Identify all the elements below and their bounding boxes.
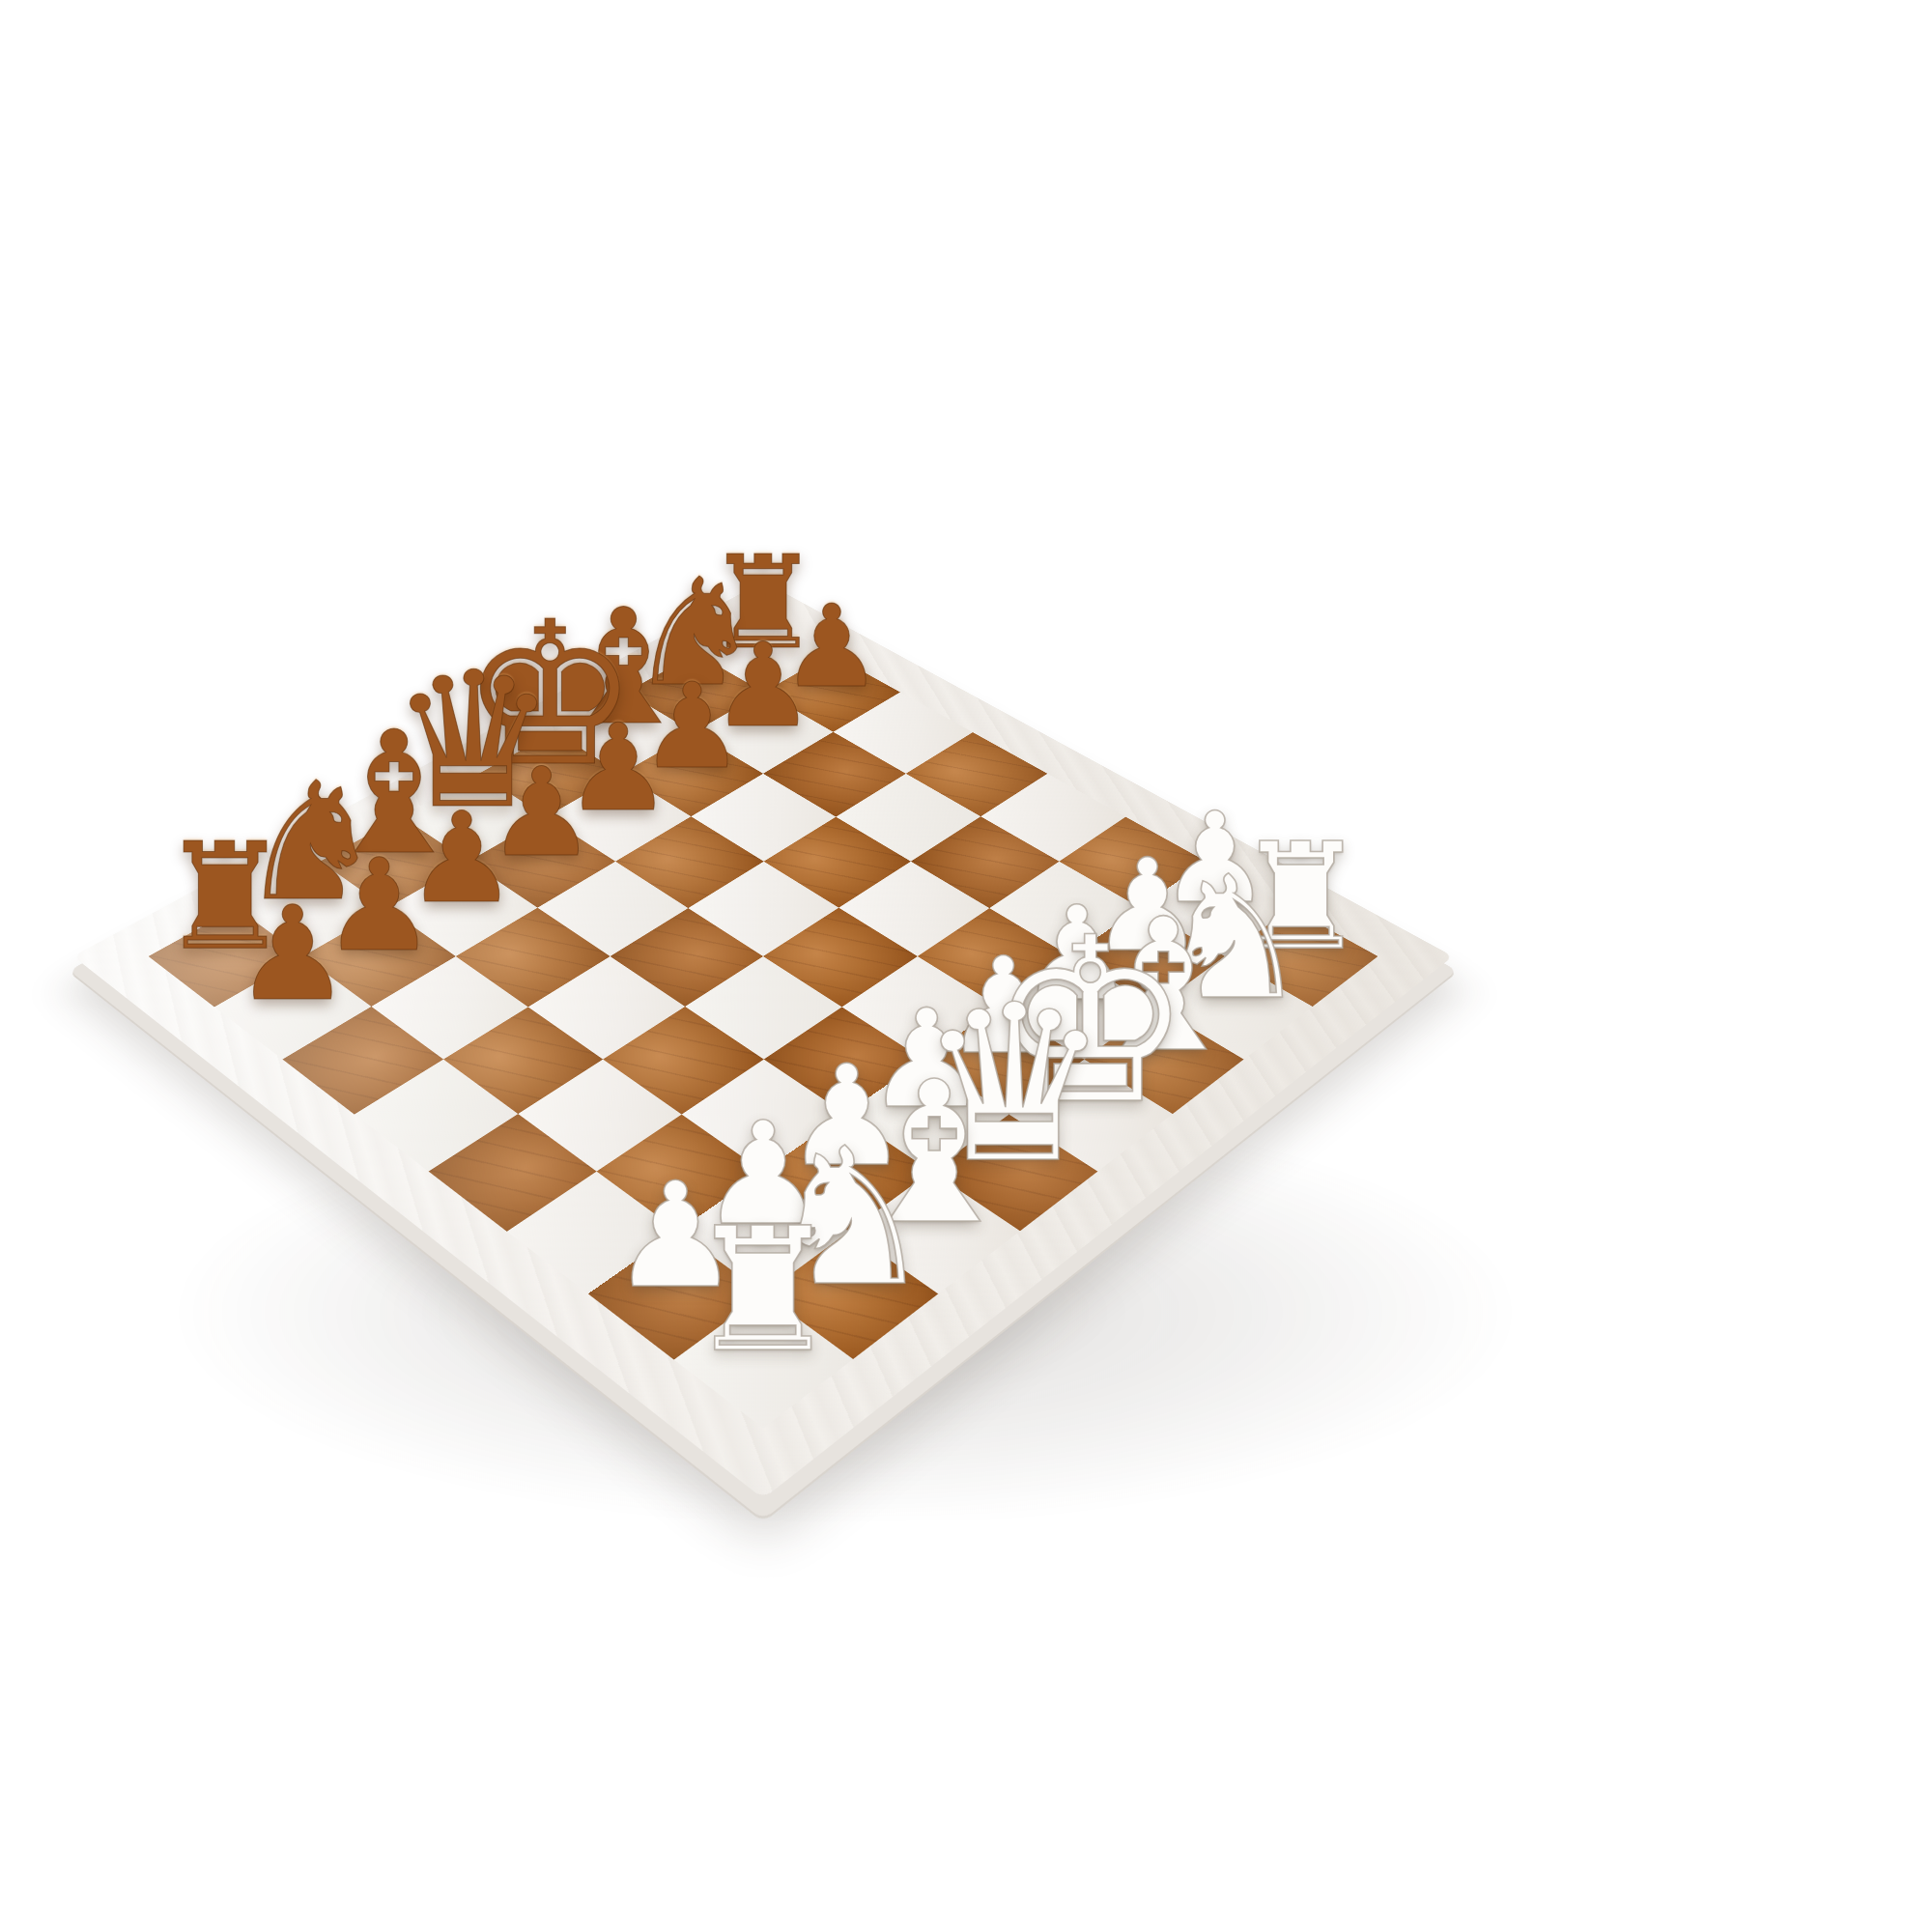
scene: ♜♞♟♝♟♚♟♛♟♝♟♞♟♟♜♟♟♜♟♟♞♟♝♟♚♟♛♟♝♟♞♜ (0, 0, 1932, 1932)
pieces-layer: ♜♞♟♝♟♚♟♛♟♝♟♞♟♟♜♟♟♜♟♟♞♟♝♟♚♟♛♟♝♟♞♜ (0, 0, 1932, 1932)
piece-brown-pawn[interactable]: ♟ (234, 890, 351, 1020)
piece-white-rook[interactable]: ♜ (687, 1206, 840, 1377)
